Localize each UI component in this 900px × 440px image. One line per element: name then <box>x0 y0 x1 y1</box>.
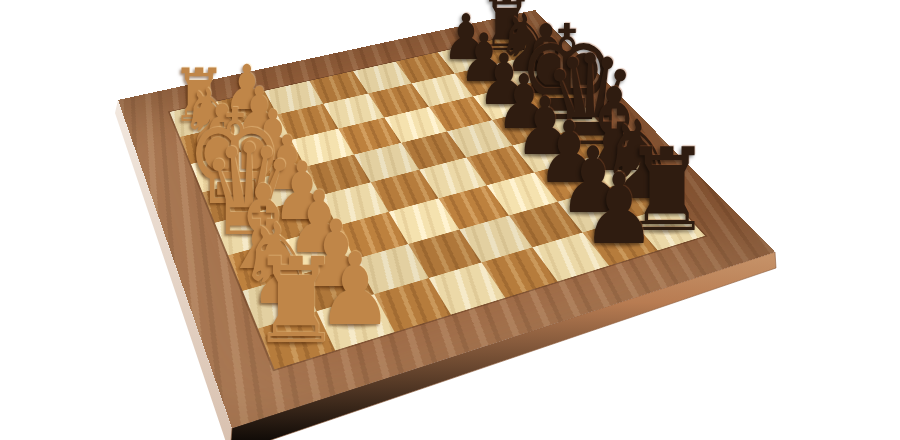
chessboard-photo: ♜♞♝♛♚♝♞♜♟♟♟♟♟♟♟♟♟♟♟♟♟♟♟♟♜♞♝♛♚♝♞♜ <box>0 0 900 440</box>
